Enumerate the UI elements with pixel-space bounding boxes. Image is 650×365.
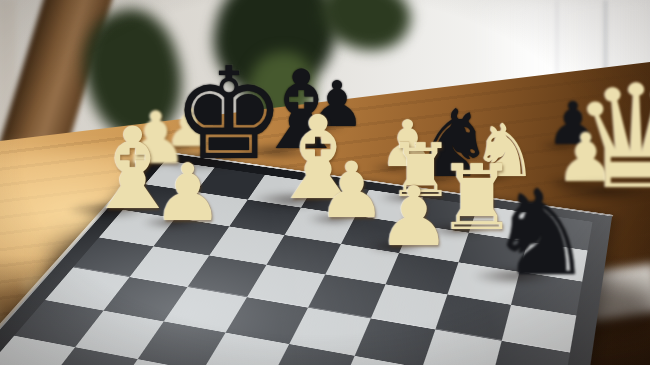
piece-white-pawn: ♟ <box>148 161 229 223</box>
piece-black-knight: ♞ <box>481 185 601 277</box>
chess-photo-scene: ♝♟♟♟♝♟♟♜♟♜♞♟♛♚♝♟♞♞♟ <box>0 0 650 365</box>
piece-white-pawn: ♟ <box>372 183 455 247</box>
